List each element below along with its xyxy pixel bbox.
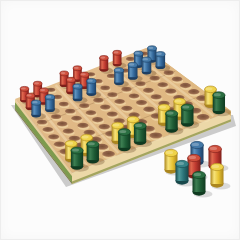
- hole-r5c2[interactable]: [77, 123, 88, 128]
- peg-blue-r2c9[interactable]: [156, 52, 171, 72]
- hole-r6c3[interactable]: [99, 124, 110, 130]
- hole-r6c0[interactable]: [54, 141, 65, 147]
- hole-r6c6[interactable]: [143, 107, 154, 113]
- hole-r4c5[interactable]: [114, 99, 125, 104]
- peg-green-r9c9[interactable]: [213, 92, 231, 117]
- hole-r3c9[interactable]: [164, 70, 174, 75]
- pegboard: [0, 0, 240, 240]
- hole-r3c6[interactable]: [121, 87, 131, 92]
- hole-r5c1[interactable]: [63, 128, 74, 133]
- hole-r3c1[interactable]: [51, 114, 61, 119]
- hole-r3c0[interactable]: [37, 120, 47, 125]
- hole-r4c3[interactable]: [86, 110, 97, 115]
- hole-r4c7[interactable]: [143, 88, 154, 93]
- hole-r4c8[interactable]: [157, 82, 168, 87]
- hole-r3c4[interactable]: [93, 98, 103, 103]
- hole-r5c4[interactable]: [107, 111, 118, 116]
- hole-r9c2[interactable]: [102, 151, 115, 157]
- hole-r4c0[interactable]: [43, 127, 54, 132]
- hole-r9c5[interactable]: [149, 132, 162, 138]
- hole-r5c6[interactable]: [136, 100, 147, 105]
- hole-r4c1[interactable]: [57, 121, 68, 126]
- loose-peg-teal-4[interactable]: [176, 160, 189, 184]
- hole-r2c2[interactable]: [59, 102, 69, 107]
- hole-r5c7[interactable]: [151, 94, 162, 99]
- hole-r4c2[interactable]: [71, 116, 82, 121]
- hole-r5c8[interactable]: [165, 89, 176, 94]
- hole-r5c5[interactable]: [121, 106, 132, 111]
- hole-r4c6[interactable]: [129, 93, 140, 98]
- hole-r3c3[interactable]: [79, 103, 89, 108]
- hole-r2c5[interactable]: [100, 86, 110, 91]
- hole-r3c5[interactable]: [107, 92, 117, 97]
- hole-r5c3[interactable]: [92, 117, 103, 122]
- hole-r5c0[interactable]: [48, 134, 59, 139]
- hole-r3c8[interactable]: [150, 76, 160, 81]
- photo-scene: [0, 0, 240, 240]
- loose-peg-green-6[interactable]: [193, 171, 206, 195]
- hole-r9c8[interactable]: [197, 114, 210, 120]
- hole-r4c9[interactable]: [172, 77, 183, 82]
- hole-r3c2[interactable]: [65, 109, 75, 114]
- hole-r4c4[interactable]: [100, 105, 111, 110]
- hole-r0c8[interactable]: [126, 57, 135, 61]
- loose-peg-yellow-5[interactable]: [211, 163, 224, 187]
- hole-r3c7[interactable]: [135, 81, 145, 86]
- hole-r6c9[interactable]: [188, 89, 199, 95]
- hole-r5c9[interactable]: [180, 83, 191, 88]
